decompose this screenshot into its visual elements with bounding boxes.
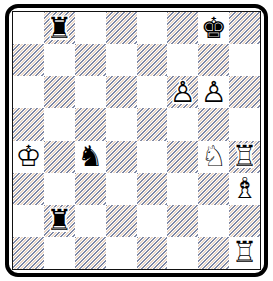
square-a3[interactable] — [13, 173, 44, 205]
black-knight-c4: ♞ — [75, 141, 106, 173]
square-e5[interactable] — [137, 108, 168, 140]
white-knight-glyph-outline: ♘ — [198, 141, 229, 173]
square-c7[interactable] — [75, 44, 106, 76]
square-c8[interactable] — [75, 12, 106, 44]
square-a6[interactable] — [13, 76, 44, 108]
square-f7[interactable] — [167, 44, 198, 76]
square-c6[interactable] — [75, 76, 106, 108]
white-pawn-glyph-fill: ♟ — [167, 76, 198, 108]
square-a2[interactable] — [13, 205, 44, 237]
white-rook-glyph-outline: ♖ — [229, 141, 260, 173]
square-d6[interactable] — [106, 76, 137, 108]
square-a4[interactable]: ♚♔ — [13, 141, 44, 173]
white-rook-glyph-fill: ♜ — [229, 237, 260, 269]
white-pawn-f6: ♟♙ — [167, 76, 198, 108]
square-c5[interactable] — [75, 108, 106, 140]
black-king-g8: ♚ — [198, 12, 229, 44]
black-rook-glyph-fill: ♜ — [44, 12, 75, 44]
square-g3[interactable] — [198, 173, 229, 205]
white-rook-glyph-fill: ♜ — [229, 141, 260, 173]
square-c1[interactable] — [75, 237, 106, 269]
white-king-glyph-fill: ♚ — [13, 141, 44, 173]
square-a5[interactable] — [13, 108, 44, 140]
square-a7[interactable] — [13, 44, 44, 76]
square-b4[interactable] — [44, 141, 75, 173]
square-f3[interactable] — [167, 173, 198, 205]
square-b8[interactable]: ♜ — [44, 12, 75, 44]
square-f4[interactable] — [167, 141, 198, 173]
white-rook-h1: ♜♖ — [229, 237, 260, 269]
square-g2[interactable] — [198, 205, 229, 237]
white-bishop-h3: ♝♗ — [229, 173, 260, 205]
square-e2[interactable] — [137, 205, 168, 237]
square-h4[interactable]: ♜♖ — [229, 141, 260, 173]
square-h2[interactable] — [229, 205, 260, 237]
square-e6[interactable] — [137, 76, 168, 108]
white-knight-g4: ♞♘ — [198, 141, 229, 173]
square-b1[interactable] — [44, 237, 75, 269]
board-frame: ♜♚♟♙♟♙♚♔♞♞♘♜♖♝♗♜♜♖ — [5, 4, 268, 277]
white-bishop-glyph-outline: ♗ — [229, 173, 260, 205]
white-rook-h4: ♜♖ — [229, 141, 260, 173]
square-d5[interactable] — [106, 108, 137, 140]
square-f8[interactable] — [167, 12, 198, 44]
square-f1[interactable] — [167, 237, 198, 269]
square-d4[interactable] — [106, 141, 137, 173]
square-b3[interactable] — [44, 173, 75, 205]
square-g1[interactable] — [198, 237, 229, 269]
square-g7[interactable] — [198, 44, 229, 76]
square-a1[interactable] — [13, 237, 44, 269]
square-c3[interactable] — [75, 173, 106, 205]
square-d8[interactable] — [106, 12, 137, 44]
square-g8[interactable]: ♚ — [198, 12, 229, 44]
black-rook-b8: ♜ — [44, 12, 75, 44]
square-h6[interactable] — [229, 76, 260, 108]
square-e7[interactable] — [137, 44, 168, 76]
square-h7[interactable] — [229, 44, 260, 76]
square-f5[interactable] — [167, 108, 198, 140]
chess-diagram-page: ♜♚♟♙♟♙♚♔♞♞♘♜♖♝♗♜♜♖ — [0, 0, 273, 281]
square-b5[interactable] — [44, 108, 75, 140]
square-f6[interactable]: ♟♙ — [167, 76, 198, 108]
square-h8[interactable] — [229, 12, 260, 44]
square-e3[interactable] — [137, 173, 168, 205]
square-g6[interactable]: ♟♙ — [198, 76, 229, 108]
white-bishop-glyph-fill: ♝ — [229, 173, 260, 205]
square-b7[interactable] — [44, 44, 75, 76]
white-knight-glyph-fill: ♞ — [198, 141, 229, 173]
black-knight-glyph-fill: ♞ — [75, 141, 106, 173]
square-g4[interactable]: ♞♘ — [198, 141, 229, 173]
square-h3[interactable]: ♝♗ — [229, 173, 260, 205]
square-a8[interactable] — [13, 12, 44, 44]
white-pawn-g6: ♟♙ — [198, 76, 229, 108]
square-b2[interactable]: ♜ — [44, 205, 75, 237]
white-king-glyph-outline: ♔ — [13, 141, 44, 173]
white-pawn-glyph-outline: ♙ — [198, 76, 229, 108]
square-e4[interactable] — [137, 141, 168, 173]
square-d7[interactable] — [106, 44, 137, 76]
square-d1[interactable] — [106, 237, 137, 269]
square-b6[interactable] — [44, 76, 75, 108]
black-rook-b2: ♜ — [44, 205, 75, 237]
white-pawn-glyph-fill: ♟ — [198, 76, 229, 108]
square-c2[interactable] — [75, 205, 106, 237]
square-f2[interactable] — [167, 205, 198, 237]
square-e1[interactable] — [137, 237, 168, 269]
square-d2[interactable] — [106, 205, 137, 237]
square-h5[interactable] — [229, 108, 260, 140]
chess-board: ♜♚♟♙♟♙♚♔♞♞♘♜♖♝♗♜♜♖ — [12, 11, 261, 270]
white-king-a4: ♚♔ — [13, 141, 44, 173]
white-rook-glyph-outline: ♖ — [229, 237, 260, 269]
black-rook-glyph-fill: ♜ — [44, 205, 75, 237]
square-g5[interactable] — [198, 108, 229, 140]
square-e8[interactable] — [137, 12, 168, 44]
square-c4[interactable]: ♞ — [75, 141, 106, 173]
white-pawn-glyph-outline: ♙ — [167, 76, 198, 108]
black-king-glyph-fill: ♚ — [198, 12, 229, 44]
square-d3[interactable] — [106, 173, 137, 205]
square-h1[interactable]: ♜♖ — [229, 237, 260, 269]
